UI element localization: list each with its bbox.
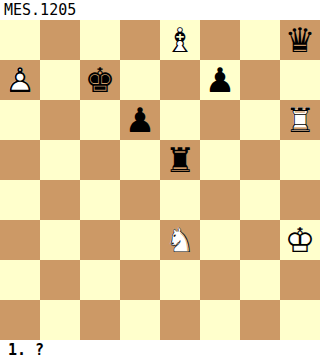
square-g8[interactable] bbox=[240, 20, 280, 60]
white-bishop: ♗ bbox=[160, 20, 200, 60]
chess-board: ♝♗♛♟♙♚♟♟♜♖♜♞♘♚♔ bbox=[0, 20, 320, 340]
square-f7[interactable]: ♟ bbox=[200, 60, 240, 100]
square-h8[interactable]: ♛ bbox=[280, 20, 320, 60]
square-g4[interactable] bbox=[240, 180, 280, 220]
square-g2[interactable] bbox=[240, 260, 280, 300]
square-e8[interactable]: ♝♗ bbox=[160, 20, 200, 60]
square-d4[interactable] bbox=[120, 180, 160, 220]
square-g6[interactable] bbox=[240, 100, 280, 140]
square-e4[interactable] bbox=[160, 180, 200, 220]
white-rook: ♖ bbox=[280, 100, 320, 140]
square-h2[interactable] bbox=[280, 260, 320, 300]
square-c3[interactable] bbox=[80, 220, 120, 260]
square-h7[interactable] bbox=[280, 60, 320, 100]
square-d3[interactable] bbox=[120, 220, 160, 260]
white-king: ♔ bbox=[280, 220, 320, 260]
white-rook-fill: ♜ bbox=[280, 100, 320, 140]
square-c1[interactable] bbox=[80, 300, 120, 340]
black-king: ♚ bbox=[80, 60, 120, 100]
square-c7[interactable]: ♚ bbox=[80, 60, 120, 100]
square-d1[interactable] bbox=[120, 300, 160, 340]
square-h6[interactable]: ♜♖ bbox=[280, 100, 320, 140]
square-a5[interactable] bbox=[0, 140, 40, 180]
white-knight: ♘ bbox=[160, 220, 200, 260]
square-d5[interactable] bbox=[120, 140, 160, 180]
square-b4[interactable] bbox=[40, 180, 80, 220]
square-a1[interactable] bbox=[0, 300, 40, 340]
square-a3[interactable] bbox=[0, 220, 40, 260]
square-a4[interactable] bbox=[0, 180, 40, 220]
white-bishop-fill: ♝ bbox=[160, 20, 200, 60]
square-c5[interactable] bbox=[80, 140, 120, 180]
square-g7[interactable] bbox=[240, 60, 280, 100]
square-h5[interactable] bbox=[280, 140, 320, 180]
square-c8[interactable] bbox=[80, 20, 120, 60]
square-b1[interactable] bbox=[40, 300, 80, 340]
square-b6[interactable] bbox=[40, 100, 80, 140]
square-e7[interactable] bbox=[160, 60, 200, 100]
square-f3[interactable] bbox=[200, 220, 240, 260]
square-f4[interactable] bbox=[200, 180, 240, 220]
black-pawn: ♟ bbox=[120, 100, 160, 140]
square-h1[interactable] bbox=[280, 300, 320, 340]
white-knight-fill: ♞ bbox=[160, 220, 200, 260]
square-d2[interactable] bbox=[120, 260, 160, 300]
square-e2[interactable] bbox=[160, 260, 200, 300]
white-pawn: ♙ bbox=[0, 60, 40, 100]
square-b2[interactable] bbox=[40, 260, 80, 300]
white-pawn-fill: ♟ bbox=[0, 60, 40, 100]
black-pawn: ♟ bbox=[200, 60, 240, 100]
square-f6[interactable] bbox=[200, 100, 240, 140]
square-e3[interactable]: ♞♘ bbox=[160, 220, 200, 260]
square-g1[interactable] bbox=[240, 300, 280, 340]
square-e6[interactable] bbox=[160, 100, 200, 140]
black-queen: ♛ bbox=[280, 20, 320, 60]
puzzle-title: MES.1205 bbox=[0, 0, 320, 20]
square-a2[interactable] bbox=[0, 260, 40, 300]
square-f1[interactable] bbox=[200, 300, 240, 340]
square-d8[interactable] bbox=[120, 20, 160, 60]
square-h4[interactable] bbox=[280, 180, 320, 220]
square-f8[interactable] bbox=[200, 20, 240, 60]
square-d7[interactable] bbox=[120, 60, 160, 100]
white-king-fill: ♚ bbox=[280, 220, 320, 260]
square-f2[interactable] bbox=[200, 260, 240, 300]
square-f5[interactable] bbox=[200, 140, 240, 180]
square-b5[interactable] bbox=[40, 140, 80, 180]
square-e5[interactable]: ♜ bbox=[160, 140, 200, 180]
square-c2[interactable] bbox=[80, 260, 120, 300]
black-rook: ♜ bbox=[160, 140, 200, 180]
square-b7[interactable] bbox=[40, 60, 80, 100]
move-prompt: 1. ? bbox=[0, 340, 320, 360]
square-c4[interactable] bbox=[80, 180, 120, 220]
square-c6[interactable] bbox=[80, 100, 120, 140]
square-a7[interactable]: ♟♙ bbox=[0, 60, 40, 100]
square-d6[interactable]: ♟ bbox=[120, 100, 160, 140]
square-e1[interactable] bbox=[160, 300, 200, 340]
square-g3[interactable] bbox=[240, 220, 280, 260]
square-b3[interactable] bbox=[40, 220, 80, 260]
square-a6[interactable] bbox=[0, 100, 40, 140]
chess-puzzle-window: MES.1205 ♝♗♛♟♙♚♟♟♜♖♜♞♘♚♔ 1. ? bbox=[0, 0, 320, 360]
square-a8[interactable] bbox=[0, 20, 40, 60]
square-b8[interactable] bbox=[40, 20, 80, 60]
square-g5[interactable] bbox=[240, 140, 280, 180]
square-h3[interactable]: ♚♔ bbox=[280, 220, 320, 260]
